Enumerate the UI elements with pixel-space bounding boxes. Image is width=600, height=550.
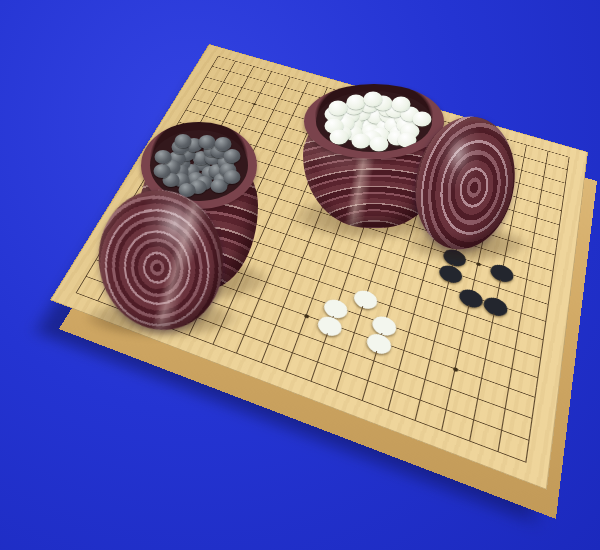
white-bowl-rim [304,84,443,159]
white-bowl-stone[interactable] [412,111,431,126]
white-bowl-stone[interactable] [370,136,389,151]
black-bowl-stone[interactable] [215,137,232,151]
black-bowl-stone[interactable] [223,170,240,184]
white-bowl-stone[interactable] [329,100,348,115]
black-bowl-stone[interactable] [155,150,172,164]
white-bowl-stone[interactable] [364,92,383,107]
black-bowl-stone[interactable] [223,149,240,163]
star-point [253,103,257,106]
black-bowl-stone[interactable] [199,135,216,149]
white-bowl-stone[interactable] [329,130,348,145]
white-bowl-stone[interactable] [351,133,370,148]
white-bowl-stones[interactable] [316,91,433,152]
white-bowl-stone[interactable] [398,132,417,147]
white-bowl-stone[interactable] [392,97,411,112]
black-bowl-stone[interactable] [175,134,192,148]
black-bowl-stone[interactable] [154,164,171,178]
star-point [304,314,309,319]
star-point [476,262,481,266]
star-point [453,367,458,372]
go-set-photo: ●●●●●●●●●● [0,0,600,550]
